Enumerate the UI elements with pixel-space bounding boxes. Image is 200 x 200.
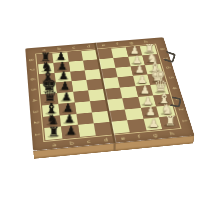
piece-shadow — [42, 79, 53, 83]
file-label: h — [169, 131, 174, 136]
clasp-icon — [169, 96, 182, 108]
board-square — [78, 124, 97, 137]
board-square: ♝ — [42, 104, 59, 117]
file-label: a — [52, 142, 57, 147]
rank-label: 7 — [29, 68, 35, 71]
piece-shadow — [161, 112, 173, 116]
board-square: ♝ — [39, 73, 56, 84]
chess-piece-bP: ♟ — [60, 81, 70, 92]
piece-shadow — [46, 122, 58, 126]
board-square — [70, 70, 87, 81]
file-label: c — [72, 46, 76, 50]
rank-label: 6 — [30, 78, 36, 81]
rank-label: 6 — [165, 67, 171, 70]
piece-shadow — [55, 58, 66, 61]
piece-shadow — [44, 100, 56, 104]
product-photo: abcdefgh abcdefgh 12345678 12345678 ♜♟♟♜… — [0, 0, 200, 200]
board-square: ♟ — [58, 102, 76, 115]
board-square: ♜ — [140, 45, 157, 55]
chess-piece-wP: ♟ — [140, 84, 150, 95]
piece-shadow — [147, 125, 159, 129]
piece-shadow — [56, 68, 67, 71]
piece-shadow — [43, 89, 54, 93]
piece-shadow — [61, 110, 73, 114]
rank-label: 4 — [31, 99, 37, 102]
file-label: g — [129, 41, 133, 45]
board-grid: ♜♟♟♜♞♟♟♞♝♟♟♝♚♟♟♚♛♟♟♛♝♟♟♝♞♟♟♞♜♟♟♜ — [37, 45, 179, 140]
file-label: a — [42, 48, 46, 52]
inner-frame-line: ♜♟♟♜♞♟♟♞♝♟♟♝♚♟♟♚♛♟♟♛♝♟♟♝♞♟♟♞♜♟♟♜ — [35, 44, 181, 142]
piece-shadow — [47, 134, 59, 138]
piece-shadow — [158, 101, 170, 105]
piece-shadow — [145, 113, 157, 117]
rank-label: 5 — [168, 76, 175, 79]
piece-shadow — [40, 59, 51, 62]
piece-shadow — [64, 133, 76, 137]
file-label: d — [86, 44, 90, 48]
rank-label: 4 — [171, 87, 178, 90]
board-scene: abcdefgh abcdefgh 12345678 12345678 ♜♟♟♜… — [29, 14, 179, 164]
piece-shadow — [139, 92, 151, 96]
board-square: ♜ — [159, 116, 179, 129]
rank-label: 1 — [34, 133, 41, 137]
file-label: e — [101, 43, 105, 47]
rank-label: 2 — [33, 121, 40, 124]
file-label: f — [116, 42, 119, 46]
file-label: f — [137, 134, 140, 139]
board-square — [120, 86, 138, 98]
board-square: ♛ — [151, 84, 169, 96]
file-label: b — [57, 47, 61, 51]
piece-shadow — [155, 90, 167, 94]
board-square: ♞ — [143, 54, 160, 65]
file-label: h — [144, 40, 148, 44]
board-square: ♞ — [38, 63, 54, 74]
board-square: ♟ — [61, 125, 79, 138]
chess-piece-bP: ♟ — [61, 91, 71, 102]
file-label: b — [69, 141, 74, 146]
board-square: ♜ — [44, 127, 62, 141]
rank-label: 3 — [32, 110, 38, 113]
rank-label: 1 — [181, 119, 188, 122]
file-label: c — [87, 139, 91, 144]
rank-label: 8 — [159, 48, 165, 51]
piece-shadow — [164, 123, 176, 127]
file-label: d — [103, 137, 108, 142]
fold-seam-edge — [113, 143, 115, 151]
rank-label: 5 — [30, 88, 36, 91]
rank-label: 2 — [178, 108, 185, 111]
board-square — [73, 90, 91, 102]
piece-shadow — [59, 88, 70, 92]
piece-shadow — [45, 111, 57, 115]
file-label: e — [121, 136, 126, 141]
board-square: ♚ — [40, 83, 57, 95]
piece-shadow — [60, 99, 72, 103]
rank-label: 8 — [28, 59, 34, 62]
file-label: g — [153, 133, 158, 138]
board-square — [76, 112, 94, 125]
board-square — [106, 98, 124, 110]
piece-shadow — [63, 121, 75, 125]
board-square — [71, 80, 88, 92]
piece-shadow — [142, 102, 154, 106]
board-square — [122, 97, 140, 109]
chess-piece-bP: ♟ — [65, 125, 76, 137]
